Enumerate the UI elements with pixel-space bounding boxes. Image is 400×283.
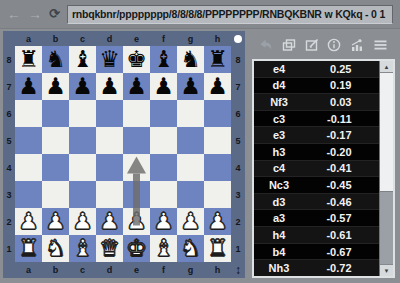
white-rook-a1[interactable]: ♜ [18,235,39,262]
scrollbar[interactable]: ▲ ▼ [379,61,393,276]
stats-icon[interactable] [349,37,365,53]
white-pawn-e2[interactable]: ♟ [126,208,147,235]
file-label-h: h [204,31,231,46]
black-pawn-g7[interactable]: ♟ [180,73,201,100]
edit-icon[interactable] [304,37,320,53]
square-h5[interactable] [204,127,231,154]
white-bishop-f1[interactable]: ♝ [153,235,174,262]
eval-value: 0.25 [304,63,352,75]
file-label-g: g [177,31,204,46]
square-e4[interactable] [123,154,150,181]
black-rook-h8[interactable]: ♜ [207,46,228,73]
square-a1[interactable]: ♜ [15,235,42,262]
chess-board: abcdefgh8♜♞♝♛♚♝♞♜87♟♟♟♟♟♟♟♟7665544332♟♟♟… [3,31,245,278]
white-pawn-g2[interactable]: ♟ [180,208,201,235]
square-g7[interactable]: ♟ [177,73,204,100]
square-b5[interactable] [42,127,69,154]
eval-value: -0.20 [304,146,352,158]
black-pawn-b7[interactable]: ♟ [45,73,66,100]
square-g3[interactable] [177,181,204,208]
rank-label-left-7: 7 [3,73,15,100]
file-label-bottom-d: d [96,262,123,278]
square-h8[interactable]: ♜ [204,46,231,73]
copy-icon[interactable] [281,37,297,53]
square-d7[interactable]: ♟ [96,73,123,100]
white-bishop-c1[interactable]: ♝ [72,235,93,262]
square-f1[interactable]: ♝ [150,235,177,262]
square-e1[interactable]: ♚ [123,235,150,262]
analysis-row-Nc3[interactable]: Nc3-0.45 [254,177,379,194]
flip-board-icon[interactable]: ↕ [231,262,245,278]
black-pawn-h7[interactable]: ♟ [207,73,228,100]
square-c6[interactable] [69,100,96,127]
rank-label-right-1: 1 [231,235,245,262]
rank-label-right-2: 2 [231,208,245,235]
square-h1[interactable]: ♜ [204,235,231,262]
square-c1[interactable]: ♝ [69,235,96,262]
eval-value: -0.41 [304,162,352,174]
rank-label-right-7: 7 [231,73,245,100]
eval-value: -0.17 [304,129,352,141]
analysis-row-d4[interactable]: d40.19 [254,78,379,95]
board-corner-top-left [3,31,15,46]
square-b2[interactable]: ♟ [42,208,69,235]
file-label-a: a [15,31,42,46]
turn-indicator-white [231,31,245,46]
scroll-down-icon[interactable]: ▼ [380,264,393,276]
eval-value: -0.61 [304,229,352,241]
analysis-row-d3[interactable]: d3-0.46 [254,194,379,211]
move-label: e3 [254,129,304,141]
square-c7[interactable]: ♟ [69,73,96,100]
square-a3[interactable] [15,181,42,208]
file-label-e: e [123,31,150,46]
analysis-row-b4[interactable]: b4-0.67 [254,244,379,261]
square-b7[interactable]: ♟ [42,73,69,100]
file-label-c: c [69,31,96,46]
move-label: Nf3 [254,96,304,108]
square-e3[interactable] [123,181,150,208]
square-d8[interactable]: ♛ [96,46,123,73]
square-c2[interactable]: ♟ [69,208,96,235]
square-h7[interactable]: ♟ [204,73,231,100]
black-pawn-a7[interactable]: ♟ [18,73,39,100]
square-d3[interactable] [96,181,123,208]
white-pawn-d2[interactable]: ♟ [99,208,120,235]
white-queen-d1[interactable]: ♛ [99,235,120,262]
analysis-row-e4[interactable]: e40.25 [254,61,379,78]
square-h3[interactable] [204,181,231,208]
black-pawn-e7[interactable]: ♟ [126,73,147,100]
file-label-bottom-a: a [15,262,42,278]
move-label: b4 [254,246,304,258]
file-label-bottom-h: h [204,262,231,278]
square-f5[interactable] [150,127,177,154]
square-g5[interactable] [177,127,204,154]
rank-label-right-4: 4 [231,154,245,181]
analysis-panel: e40.25d40.19Nf30.03c3-0.11e3-0.17h3-0.20… [245,29,400,283]
square-g1[interactable]: ♞ [177,235,204,262]
undo-icon[interactable] [258,37,274,53]
rank-label-left-2: 2 [3,208,15,235]
black-knight-b8[interactable]: ♞ [45,46,66,73]
white-pawn-h2[interactable]: ♟ [207,208,228,235]
rank-label-left-5: 5 [3,127,15,154]
white-king-e1[interactable]: ♚ [126,235,147,262]
black-pawn-c7[interactable]: ♟ [72,73,93,100]
menu-icon[interactable] [372,37,389,53]
square-e7[interactable]: ♟ [123,73,150,100]
move-rows: e40.25d40.19Nf30.03c3-0.11e3-0.17h3-0.20… [254,61,379,276]
eval-value: -0.45 [304,179,352,191]
move-label: h3 [254,146,304,158]
rank-label-left-6: 6 [3,100,15,127]
browser-toolbar: ← → ⟳ [0,0,400,29]
white-turn-dot [234,35,242,43]
eval-value: -0.67 [304,246,352,258]
square-g2[interactable]: ♟ [177,208,204,235]
square-d5[interactable] [96,127,123,154]
square-f8[interactable]: ♝ [150,46,177,73]
file-label-bottom-f: f [150,262,177,278]
white-knight-g1[interactable]: ♞ [180,235,201,262]
move-label: d4 [254,79,304,91]
black-bishop-c8[interactable]: ♝ [72,46,93,73]
square-a2[interactable]: ♟ [15,208,42,235]
black-bishop-f8[interactable]: ♝ [153,46,174,73]
file-label-bottom-c: c [69,262,96,278]
move-label: c3 [254,113,304,125]
square-a5[interactable] [15,127,42,154]
move-label: d3 [254,196,304,208]
square-f3[interactable] [150,181,177,208]
eval-value: -0.72 [304,262,352,274]
eval-value: -0.46 [304,196,352,208]
move-label: Nh3 [254,262,304,274]
square-a4[interactable] [15,154,42,181]
move-label: c4 [254,162,304,174]
rank-label-left-3: 3 [3,181,15,208]
white-pawn-b2[interactable]: ♟ [45,208,66,235]
rank-label-left-8: 8 [3,46,15,73]
analysis-row-c3[interactable]: c3-0.11 [254,111,379,128]
square-b6[interactable] [42,100,69,127]
rank-label-right-5: 5 [231,127,245,154]
eval-value: 0.19 [304,79,352,91]
eval-value: 0.03 [304,96,352,108]
square-c4[interactable] [69,154,96,181]
square-g8[interactable]: ♞ [177,46,204,73]
eval-value: -0.57 [304,212,352,224]
black-pawn-d7[interactable]: ♟ [99,73,120,100]
square-g6[interactable] [177,100,204,127]
move-label: h4 [254,229,304,241]
square-f2[interactable]: ♟ [150,208,177,235]
square-e5[interactable] [123,127,150,154]
rank-label-right-3: 3 [231,181,245,208]
white-pawn-f2[interactable]: ♟ [153,208,174,235]
square-a6[interactable] [15,100,42,127]
white-pawn-a2[interactable]: ♟ [18,208,39,235]
square-b8[interactable]: ♞ [42,46,69,73]
main-area: abcdefgh8♜♞♝♛♚♝♞♜87♟♟♟♟♟♟♟♟7665544332♟♟♟… [0,29,400,283]
square-e2[interactable]: ♟ [123,208,150,235]
file-label-b: b [42,31,69,46]
square-d6[interactable] [96,100,123,127]
rank-label-left-4: 4 [3,154,15,181]
board-corner-bottom-left [3,262,15,278]
rank-label-left-1: 1 [3,235,15,262]
rank-label-right-8: 8 [231,46,245,73]
square-d4[interactable] [96,154,123,181]
square-f7[interactable]: ♟ [150,73,177,100]
analysis-toolbar [252,31,395,59]
square-a8[interactable]: ♜ [15,46,42,73]
fen-address-input[interactable] [67,5,393,24]
file-label-f: f [150,31,177,46]
square-h2[interactable]: ♟ [204,208,231,235]
move-eval-list: e40.25d40.19Nf30.03c3-0.11e3-0.17h3-0.20… [252,59,395,278]
square-f4[interactable] [150,154,177,181]
analysis-row-h3[interactable]: h3-0.20 [254,144,379,161]
square-b1[interactable]: ♞ [42,235,69,262]
square-c3[interactable] [69,181,96,208]
square-d2[interactable]: ♟ [96,208,123,235]
square-h4[interactable] [204,154,231,181]
scroll-thumb[interactable] [380,73,393,192]
move-label: a3 [254,212,304,224]
info-icon[interactable] [326,37,342,53]
black-pawn-f7[interactable]: ♟ [153,73,174,100]
analysis-row-h4[interactable]: h4-0.61 [254,227,379,244]
square-d1[interactable]: ♛ [96,235,123,262]
analysis-row-Nh3[interactable]: Nh3-0.72 [254,260,379,276]
analysis-row-a3[interactable]: a3-0.57 [254,210,379,227]
chess-analysis-app: { "game": "chess", "position": "rnbqkbnr… [0,0,400,283]
analysis-row-e3[interactable]: e3-0.17 [254,127,379,144]
square-b4[interactable] [42,154,69,181]
square-g4[interactable] [177,154,204,181]
file-label-bottom-b: b [42,262,69,278]
back-icon[interactable]: ← [7,7,21,21]
square-a7[interactable]: ♟ [15,73,42,100]
move-label: e4 [254,63,304,75]
black-king-e8[interactable]: ♚ [126,46,147,73]
scroll-up-icon[interactable]: ▲ [380,61,393,73]
square-f6[interactable] [150,100,177,127]
square-b3[interactable] [42,181,69,208]
black-rook-a8[interactable]: ♜ [18,46,39,73]
square-c5[interactable] [69,127,96,154]
square-c8[interactable]: ♝ [69,46,96,73]
square-h6[interactable] [204,100,231,127]
reload-icon[interactable]: ⟳ [49,7,60,21]
file-label-d: d [96,31,123,46]
rank-label-right-6: 6 [231,100,245,127]
black-knight-g8[interactable]: ♞ [180,46,201,73]
forward-icon[interactable]: → [28,7,42,21]
square-e8[interactable]: ♚ [123,46,150,73]
file-label-bottom-e: e [123,262,150,278]
analysis-row-c4[interactable]: c4-0.41 [254,161,379,178]
white-rook-h1[interactable]: ♜ [207,235,228,262]
white-pawn-c2[interactable]: ♟ [72,208,93,235]
square-e6[interactable] [123,100,150,127]
eval-value: -0.11 [304,113,352,125]
file-label-bottom-g: g [177,262,204,278]
analysis-row-Nf3[interactable]: Nf30.03 [254,94,379,111]
move-label: Nc3 [254,179,304,191]
black-queen-d8[interactable]: ♛ [99,46,120,73]
white-knight-b1[interactable]: ♞ [45,235,66,262]
